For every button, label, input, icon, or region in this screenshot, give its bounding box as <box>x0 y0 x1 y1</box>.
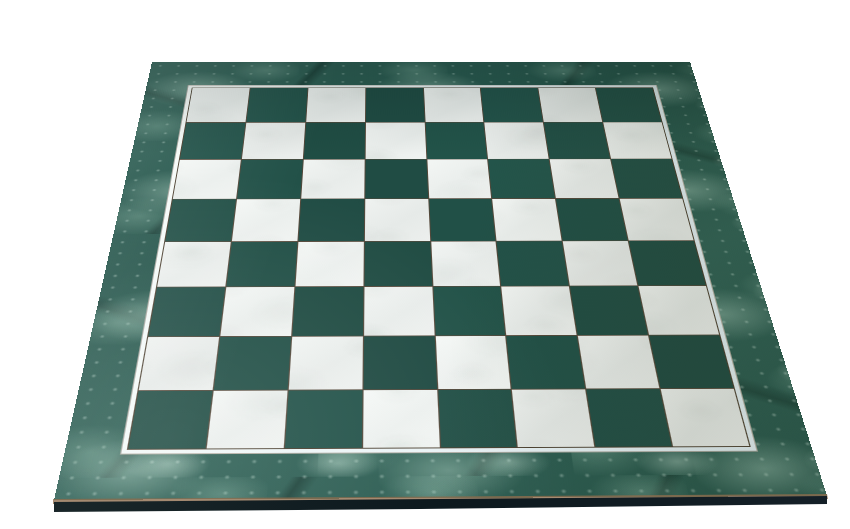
square-e2[interactable] <box>435 336 511 389</box>
square-h7[interactable] <box>603 122 671 158</box>
square-f7[interactable] <box>485 122 549 158</box>
square-c5[interactable] <box>298 199 364 241</box>
playing-field <box>127 87 751 449</box>
square-a7[interactable] <box>180 123 245 159</box>
square-h8[interactable] <box>596 88 662 122</box>
square-e4[interactable] <box>431 241 501 286</box>
square-c2[interactable] <box>288 337 362 390</box>
square-f4[interactable] <box>497 241 569 286</box>
square-h4[interactable] <box>629 241 706 286</box>
square-d6[interactable] <box>365 159 428 198</box>
square-d1[interactable] <box>363 390 440 448</box>
square-b8[interactable] <box>246 88 307 122</box>
square-a5[interactable] <box>165 199 236 241</box>
square-b6[interactable] <box>237 159 303 198</box>
square-d7[interactable] <box>365 122 426 158</box>
square-b2[interactable] <box>214 337 291 390</box>
square-h5[interactable] <box>620 198 694 240</box>
square-b7[interactable] <box>242 123 305 159</box>
square-c6[interactable] <box>301 159 364 198</box>
square-g4[interactable] <box>563 241 638 286</box>
square-e7[interactable] <box>425 122 487 158</box>
square-e1[interactable] <box>438 390 517 448</box>
square-b1[interactable] <box>207 391 288 449</box>
square-d4[interactable] <box>364 241 432 286</box>
square-f5[interactable] <box>493 199 562 241</box>
square-g7[interactable] <box>544 122 610 158</box>
square-c3[interactable] <box>292 287 363 336</box>
square-c4[interactable] <box>295 241 363 286</box>
square-e8[interactable] <box>424 88 484 122</box>
square-e3[interactable] <box>433 287 506 336</box>
square-h1[interactable] <box>661 389 749 446</box>
square-b3[interactable] <box>220 287 294 336</box>
square-a3[interactable] <box>148 288 225 337</box>
square-d3[interactable] <box>364 287 434 336</box>
square-f2[interactable] <box>507 336 586 389</box>
square-d8[interactable] <box>366 88 425 122</box>
square-h6[interactable] <box>611 159 682 198</box>
square-c8[interactable] <box>306 88 365 122</box>
square-g6[interactable] <box>550 159 619 198</box>
scene <box>0 0 850 529</box>
square-c1[interactable] <box>285 390 362 448</box>
square-g1[interactable] <box>587 389 672 447</box>
square-e6[interactable] <box>427 159 492 198</box>
square-d2[interactable] <box>363 336 436 389</box>
square-e5[interactable] <box>429 199 496 241</box>
square-d5[interactable] <box>365 199 430 241</box>
square-a6[interactable] <box>173 160 241 199</box>
square-g3[interactable] <box>570 286 648 335</box>
square-a1[interactable] <box>128 391 212 449</box>
square-a4[interactable] <box>157 242 231 287</box>
square-c7[interactable] <box>304 123 365 159</box>
chess-board <box>54 62 827 500</box>
square-g8[interactable] <box>539 88 603 122</box>
square-g5[interactable] <box>556 198 628 240</box>
square-f1[interactable] <box>512 389 594 447</box>
square-a2[interactable] <box>139 337 219 390</box>
square-f3[interactable] <box>502 287 577 336</box>
square-b4[interactable] <box>226 242 297 287</box>
square-f6[interactable] <box>488 159 555 198</box>
square-h2[interactable] <box>649 336 733 389</box>
square-g2[interactable] <box>578 336 659 389</box>
square-b5[interactable] <box>232 199 300 241</box>
square-h3[interactable] <box>639 286 719 335</box>
square-a8[interactable] <box>187 88 250 122</box>
square-f8[interactable] <box>481 88 543 122</box>
